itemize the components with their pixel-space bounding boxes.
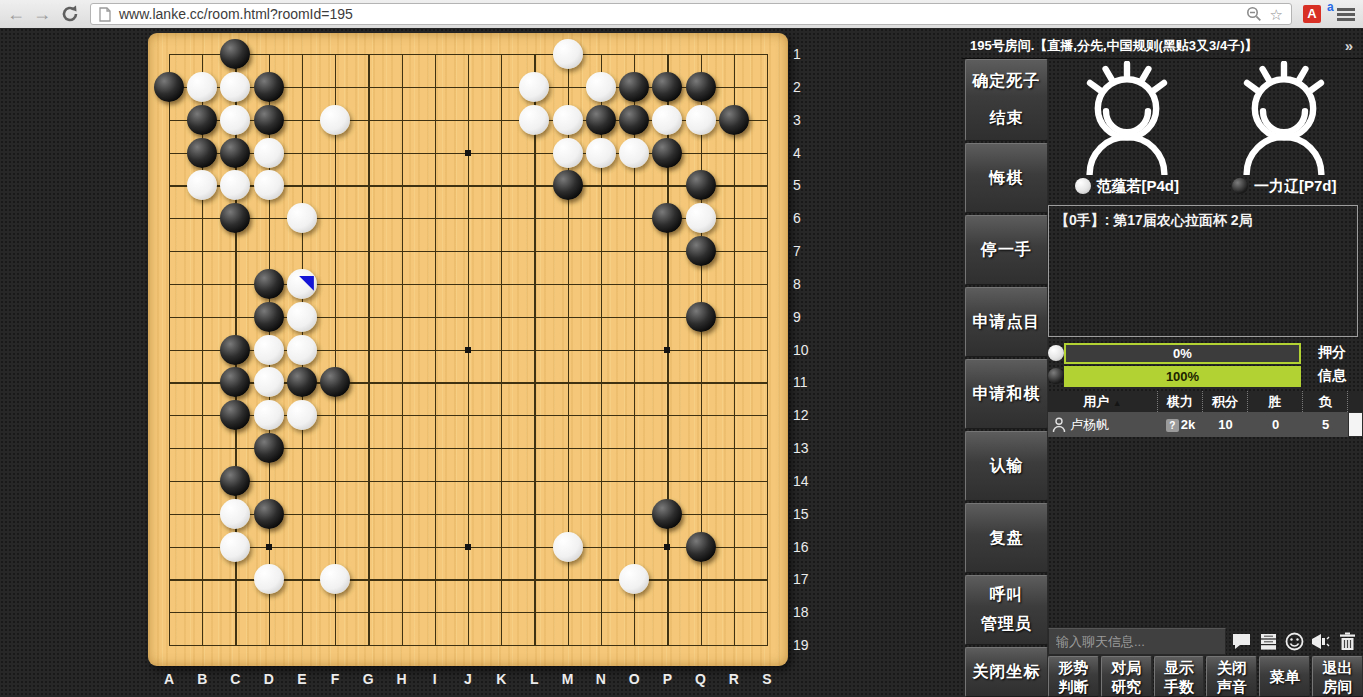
white-stone-icon	[1075, 178, 1091, 194]
player-avatar-icon	[1230, 61, 1338, 175]
history-list-icon[interactable]	[1258, 631, 1279, 652]
board-col-label: R	[723, 671, 745, 687]
user-list-empty-area	[1048, 437, 1363, 628]
room-page: 195号房间.【直播,分先,中国规则(黑贴3又3/4子)】 » 确定死子结束悔棋…	[0, 28, 1363, 697]
white-stone-icon	[1048, 345, 1064, 361]
losses-cell: 5	[1303, 417, 1348, 432]
board-grid-line	[169, 481, 768, 482]
emoji-icon[interactable]	[1284, 631, 1305, 652]
board-row-label: 17	[793, 571, 823, 587]
stone-D9	[254, 302, 284, 332]
stone-D8	[254, 269, 284, 299]
show-move-numbers-label: 显示	[1164, 658, 1194, 677]
player-white-name-row: 范蕴若[P4d]	[1075, 175, 1180, 197]
stone-C5	[220, 170, 250, 200]
players-panel: 范蕴若[P4d]	[1048, 59, 1363, 205]
board-grid-line	[169, 645, 768, 646]
request-draw-button[interactable]: 申请和棋	[965, 359, 1048, 429]
stone-O4	[619, 138, 649, 168]
user-list-scrollbar[interactable]	[1348, 412, 1363, 437]
col-scrollbar-gap	[1348, 391, 1363, 412]
stone-D11	[254, 367, 284, 397]
stone-O3	[619, 105, 649, 135]
player-black-name: 一力辽[P7d]	[1254, 177, 1337, 196]
board-grid-line	[501, 54, 502, 646]
position-judgement-label: 判断	[1058, 677, 1088, 696]
star-point	[664, 544, 670, 550]
stone-E12	[287, 400, 317, 430]
board-col-label: D	[258, 671, 280, 687]
info-button[interactable]: 信息	[1301, 367, 1363, 385]
person-icon	[1052, 417, 1066, 433]
board-row-label: 14	[793, 473, 823, 489]
board-row-label: 12	[793, 407, 823, 423]
stone-D10	[254, 335, 284, 365]
stone-L3	[519, 105, 549, 135]
board-col-label: Q	[690, 671, 712, 687]
review-label: 复盘	[990, 528, 1024, 549]
menu-label: 菜单	[1270, 667, 1300, 686]
mute-sound-button[interactable]: 关闭声音	[1206, 656, 1257, 697]
board-row-label: 4	[793, 145, 823, 161]
browser-window: ← → www.lanke.cc/room.html?roomId=195 ☆ …	[0, 0, 1363, 697]
stone-C10	[220, 335, 250, 365]
wins-cell: 0	[1248, 417, 1303, 432]
superscript-a-icon: a	[1327, 0, 1334, 14]
star-point	[465, 347, 471, 353]
menu-button[interactable]: 菜单	[1259, 656, 1310, 697]
stone-D3	[254, 105, 284, 135]
stone-D15	[254, 499, 284, 529]
star-point	[465, 150, 471, 156]
toggle-coordinates-button[interactable]: 关闭坐标	[965, 647, 1048, 697]
resign-button[interactable]: 认输	[965, 431, 1048, 501]
room-title: 195号房间.【直播,分先,中国规则(黑贴3又3/4子)】	[970, 37, 1258, 55]
stone-R3	[719, 105, 749, 135]
board-row-label: 3	[793, 112, 823, 128]
rank-cell: ?2k	[1158, 417, 1203, 432]
board-col-label: J	[457, 671, 479, 687]
score-cell: 10	[1203, 417, 1248, 432]
stone-C6	[220, 203, 250, 233]
url-text[interactable]: www.lanke.cc/room.html?roomId=195	[119, 6, 353, 22]
go-board[interactable]	[148, 33, 788, 666]
star-point	[266, 544, 272, 550]
toggle-coordinates-label: 关闭坐标	[973, 662, 1041, 683]
chat-input[interactable]	[1048, 628, 1226, 655]
stone-Q2	[686, 72, 716, 102]
stone-E6	[287, 203, 317, 233]
stone-B3	[187, 105, 217, 135]
board-row-label: 16	[793, 539, 823, 555]
stone-Q3	[686, 105, 716, 135]
call-admin-button[interactable]: 呼叫管理员	[965, 575, 1048, 645]
bookmark-star-icon[interactable]: ☆	[1270, 7, 1283, 22]
stone-C15	[220, 499, 250, 529]
stone-L2	[519, 72, 549, 102]
reload-icon[interactable]	[60, 4, 80, 24]
player-white-name: 范蕴若[P4d]	[1097, 177, 1180, 196]
board-col-label: E	[291, 671, 313, 687]
board-row-label: 2	[793, 79, 823, 95]
board-col-label: S	[756, 671, 778, 687]
stone-E9	[287, 302, 317, 332]
stone-E11	[287, 367, 317, 397]
stone-O2	[619, 72, 649, 102]
stone-C11	[220, 367, 250, 397]
stone-B4	[187, 138, 217, 168]
game-research-label: 研究	[1111, 677, 1141, 696]
board-grid-line	[734, 54, 735, 646]
room-title-bar: 195号房间.【直播,分先,中国规则(黑贴3又3/4子)】 »	[962, 33, 1363, 59]
stone-N2	[586, 72, 616, 102]
board-col-label: L	[523, 671, 545, 687]
stone-O17	[619, 564, 649, 594]
call-admin-label: 呼叫	[990, 585, 1024, 606]
stone-C12	[220, 400, 250, 430]
exit-room-label: 房间	[1323, 677, 1353, 696]
stone-P2	[652, 72, 682, 102]
stone-Q6	[686, 203, 716, 233]
chat-icon-strip	[1226, 631, 1363, 652]
board-col-label: A	[158, 671, 180, 687]
rank-question-badge: ?	[1166, 419, 1179, 432]
col-user[interactable]: 用户 ▲	[1048, 391, 1158, 412]
request-draw-label: 申请和棋	[973, 384, 1041, 405]
board-grid-line	[534, 54, 535, 646]
stone-E8	[287, 269, 317, 299]
game-research-label: 对局	[1111, 658, 1141, 677]
stone-M4	[553, 138, 583, 168]
stone-C4	[220, 138, 250, 168]
board-col-label: B	[191, 671, 213, 687]
star-point	[664, 347, 670, 353]
player-black-name-row: 一力辽[P7d]	[1232, 175, 1337, 197]
stone-D4	[254, 138, 284, 168]
player-black: 一力辽[P7d]	[1206, 59, 1363, 205]
user-table-header: 用户 ▲ 棋力 积分 胜 负	[1048, 391, 1363, 412]
forward-icon[interactable]: →	[30, 2, 54, 26]
mute-sound-label: 关闭	[1217, 658, 1247, 677]
stone-P15	[652, 499, 682, 529]
page-icon	[99, 7, 111, 22]
show-move-numbers-label: 手数	[1164, 677, 1194, 696]
request-counting-button[interactable]: 申请点目	[965, 287, 1048, 357]
player-avatar-icon	[1073, 61, 1181, 175]
chat-row	[1048, 628, 1363, 655]
stone-D12	[254, 400, 284, 430]
stone-M16	[553, 532, 583, 562]
bottom-button-row: 形势判断对局研究显示手数关闭声音菜单退出房间	[1048, 655, 1363, 697]
position-judgement-button[interactable]: 形势判断	[1048, 656, 1099, 697]
stone-C16	[220, 532, 250, 562]
stone-N3	[586, 105, 616, 135]
back-icon[interactable]: ←	[4, 2, 28, 26]
browser-toolbar: ← → www.lanke.cc/room.html?roomId=195 ☆ …	[0, 0, 1363, 29]
pass-button[interactable]: 停一手	[965, 215, 1048, 285]
board-row-label: 6	[793, 210, 823, 226]
scrollbar-thumb[interactable]	[1349, 413, 1362, 436]
stone-D17	[254, 564, 284, 594]
stone-D2	[254, 72, 284, 102]
stone-B5	[187, 170, 217, 200]
stone-C1	[220, 39, 250, 69]
black-stone-icon	[1048, 368, 1064, 384]
stone-P4	[652, 138, 682, 168]
undo-move-label: 悔棋	[990, 168, 1024, 189]
mute-sound-label: 声音	[1217, 677, 1247, 696]
megaphone-icon[interactable]	[1310, 631, 1331, 652]
col-rank[interactable]: 棋力	[1158, 391, 1203, 412]
stone-A2	[154, 72, 184, 102]
stone-M3	[553, 105, 583, 135]
stone-Q16	[686, 532, 716, 562]
exit-room-label: 退出	[1323, 658, 1353, 677]
star-point	[465, 544, 471, 550]
stone-M5	[553, 170, 583, 200]
white-vote-row: 0% 押分	[1048, 342, 1363, 364]
exit-room-button[interactable]: 退出房间	[1312, 656, 1363, 697]
game-info-text: 【0手】: 第17届农心拉面杯 2局	[1055, 212, 1253, 228]
board-row-label: 9	[793, 309, 823, 325]
game-info-box: 【0手】: 第17届农心拉面杯 2局	[1048, 205, 1358, 337]
stone-P6	[652, 203, 682, 233]
sort-asc-icon: ▲	[1113, 398, 1122, 408]
call-admin-label: 管理员	[981, 614, 1032, 635]
board-col-label: F	[324, 671, 346, 687]
resign-label: 认输	[990, 456, 1024, 477]
board-col-label: P	[656, 671, 678, 687]
board-col-label: N	[590, 671, 612, 687]
pass-label: 停一手	[981, 240, 1032, 261]
white-vote-bar: 0%	[1064, 343, 1301, 364]
board-row-label: 7	[793, 243, 823, 259]
stone-F11	[320, 367, 350, 397]
stone-N4	[586, 138, 616, 168]
board-row-label: 18	[793, 604, 823, 620]
zoom-search-icon[interactable]	[1246, 6, 1262, 22]
stone-D13	[254, 433, 284, 463]
board-grid-line	[169, 612, 768, 613]
game-research-button[interactable]: 对局研究	[1101, 656, 1152, 697]
bet-points-button[interactable]: 押分	[1301, 344, 1363, 362]
stone-Q9	[686, 302, 716, 332]
board-col-label: C	[224, 671, 246, 687]
board-grid-line	[767, 54, 768, 646]
user-cell: 卢杨帆	[1048, 416, 1158, 434]
undo-move-button[interactable]: 悔棋	[965, 143, 1048, 213]
position-judgement-label: 形势	[1058, 658, 1088, 677]
confirm-dead-stones-end-label: 结束	[990, 108, 1024, 129]
board-col-label: O	[623, 671, 645, 687]
board-row-label: 8	[793, 276, 823, 292]
request-counting-label: 申请点目	[973, 312, 1041, 333]
menu-hamburger-icon[interactable]	[1337, 8, 1355, 21]
board-row-label: 15	[793, 506, 823, 522]
vote-bars: 0% 押分 100% 信息	[1048, 337, 1363, 391]
board-col-label: I	[424, 671, 446, 687]
stone-D5	[254, 170, 284, 200]
last-move-marker	[299, 276, 314, 291]
board-row-label: 19	[793, 637, 823, 653]
stone-M1	[553, 39, 583, 69]
stone-F3	[320, 105, 350, 135]
address-bar[interactable]: www.lanke.cc/room.html?roomId=195 ☆	[90, 3, 1292, 25]
trash-icon[interactable]	[1337, 631, 1358, 652]
black-stone-icon	[1232, 178, 1248, 194]
stone-C14	[220, 466, 250, 496]
board-row-label: 11	[793, 374, 823, 390]
sidebar-content: 范蕴若[P4d]	[1048, 59, 1363, 697]
show-move-numbers-button[interactable]: 显示手数	[1154, 656, 1205, 697]
confirm-dead-stones-end-label: 确定死子	[973, 71, 1041, 92]
review-button[interactable]: 复盘	[965, 503, 1048, 573]
board-col-label: G	[357, 671, 379, 687]
table-row[interactable]: 卢杨帆 ?2k 10 0 5	[1048, 412, 1363, 437]
col-score[interactable]: 积分	[1203, 391, 1248, 412]
chat-bubble-icon[interactable]	[1231, 631, 1252, 652]
col-wins[interactable]: 胜	[1248, 391, 1303, 412]
stone-B2	[187, 72, 217, 102]
stone-E10	[287, 335, 317, 365]
stone-F17	[320, 564, 350, 594]
board-col-label: M	[557, 671, 579, 687]
black-vote-bar: 100%	[1064, 366, 1301, 387]
col-losses[interactable]: 负	[1303, 391, 1348, 412]
stone-P3	[652, 105, 682, 135]
stone-Q7	[686, 236, 716, 266]
user-name: 卢杨帆	[1070, 416, 1109, 434]
stone-C3	[220, 105, 250, 135]
confirm-dead-stones-end-button[interactable]: 确定死子结束	[965, 59, 1048, 141]
collapse-sidebar-icon[interactable]: »	[1345, 37, 1353, 54]
board-row-label: 13	[793, 440, 823, 456]
stone-Q5	[686, 170, 716, 200]
game-action-button-column: 确定死子结束悔棋停一手申请点目申请和棋认输复盘呼叫管理员关闭坐标	[965, 59, 1048, 697]
board-col-label: H	[391, 671, 413, 687]
board-row-label: 1	[793, 46, 823, 62]
board-col-label: K	[490, 671, 512, 687]
board-row-label: 10	[793, 342, 823, 358]
player-white: 范蕴若[P4d]	[1048, 59, 1206, 205]
translate-extension-icon[interactable]: A	[1303, 5, 1321, 23]
board-row-label: 5	[793, 177, 823, 193]
black-vote-row: 100% 信息	[1048, 365, 1363, 387]
stone-C2	[220, 72, 250, 102]
